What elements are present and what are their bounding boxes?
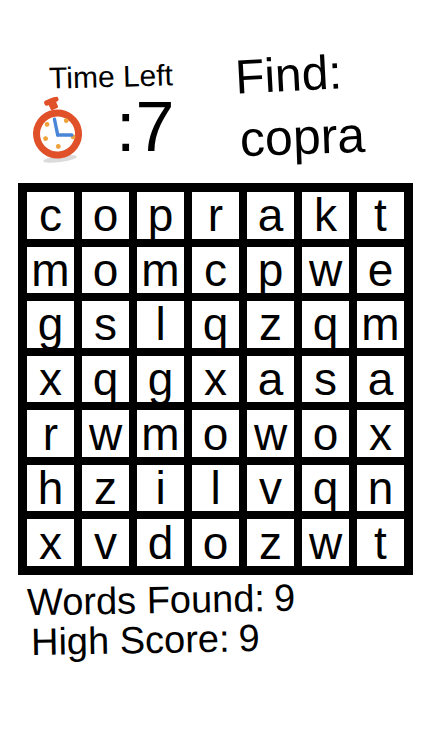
grid-cell[interactable]: o [192,519,239,566]
grid-cell[interactable]: w [302,247,349,294]
grid-cell[interactable]: l [192,465,239,512]
grid-cell[interactable]: d [137,519,184,566]
grid-cell[interactable]: l [137,301,184,348]
grid-cell[interactable]: x [192,356,239,403]
high-score-value: 9 [238,617,260,659]
grid-cell[interactable]: o [82,247,129,294]
words-found-value: 9 [274,577,296,619]
grid-cell[interactable]: m [137,247,184,294]
grid-cell[interactable]: a [357,356,404,403]
grid-cell[interactable]: r [27,410,74,457]
word-search-screen: Time Left :7 Find: copra copraktmomcpweg… [0,0,438,750]
grid-cell[interactable]: w [302,519,349,566]
words-found-label: Words Found: [27,577,266,623]
stopwatch-icon [25,93,90,166]
grid-cell[interactable]: z [247,519,294,566]
high-score-label: High Score: [31,618,230,663]
grid-cell[interactable]: o [82,192,129,239]
grid-cell[interactable]: q [302,301,349,348]
grid-cell[interactable]: v [82,519,129,566]
grid-cell[interactable]: k [302,192,349,239]
grid-cell[interactable]: a [247,356,294,403]
grid-cell[interactable]: z [82,465,129,512]
grid-cell[interactable]: t [357,519,404,566]
timer-value: :7 [116,95,174,159]
grid-cell[interactable]: x [357,410,404,457]
find-label: Find: [234,46,343,104]
high-score: High Score:9 [31,617,260,663]
grid-cell[interactable]: q [192,301,239,348]
grid-cell[interactable]: s [302,356,349,403]
grid-cell[interactable]: x [27,519,74,566]
grid-cell[interactable]: o [302,410,349,457]
grid-cell[interactable]: q [302,465,349,512]
grid-cell[interactable]: p [137,192,184,239]
grid-cell[interactable]: e [357,247,404,294]
grid-cell[interactable]: i [137,465,184,512]
grid-cell[interactable]: m [27,247,74,294]
grid-cell[interactable]: m [137,410,184,457]
grid-cell[interactable]: w [247,410,294,457]
grid-cell[interactable]: r [192,192,239,239]
grid-cell[interactable]: t [357,192,404,239]
grid-cell[interactable]: q [82,356,129,403]
grid-cell[interactable]: z [247,301,294,348]
board: copraktmomcpwegslqzqmxqgxasarwmowoxhzilv… [18,183,413,575]
grid-cell[interactable]: s [82,301,129,348]
grid-cell[interactable]: m [357,301,404,348]
grid-cell[interactable]: p [247,247,294,294]
grid-cell[interactable]: x [27,356,74,403]
find-word: copra [239,108,366,167]
grid-cell[interactable]: v [247,465,294,512]
grid-cell[interactable]: a [247,192,294,239]
grid-cell[interactable]: g [137,356,184,403]
grid-cell[interactable]: c [27,192,74,239]
grid-cell[interactable]: h [27,465,74,512]
grid-cell[interactable]: g [27,301,74,348]
grid-cell[interactable]: o [192,410,239,457]
grid-cell[interactable]: c [192,247,239,294]
grid-cell[interactable]: n [357,465,404,512]
grid-cell[interactable]: w [82,410,129,457]
